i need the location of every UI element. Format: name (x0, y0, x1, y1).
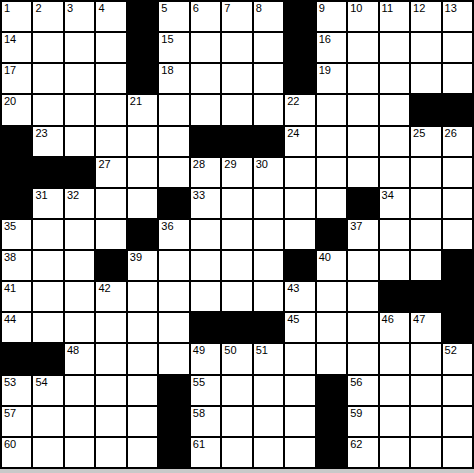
cell-r4c7[interactable] (191, 95, 220, 124)
black-cell-r5c7 (191, 127, 220, 156)
cell-r7c4[interactable] (96, 189, 125, 218)
cell-r14c14[interactable] (411, 407, 440, 436)
cell-r8c8[interactable] (222, 220, 251, 249)
cell-r12c15[interactable]: 52 (443, 344, 472, 373)
clue-number-47: 47 (413, 314, 425, 326)
cell-r2c8[interactable] (222, 33, 251, 62)
clue-number-12: 12 (413, 3, 425, 15)
cell-r5c14[interactable]: 25 (411, 127, 440, 156)
cell-r5c11[interactable] (317, 127, 346, 156)
cell-r15c14[interactable] (411, 438, 440, 467)
cell-r6c11[interactable] (317, 158, 346, 187)
cell-r9c11[interactable]: 40 (317, 251, 346, 280)
cell-r12c4[interactable] (96, 344, 125, 373)
clue-number-44: 44 (4, 314, 16, 326)
cell-r8c7[interactable] (191, 220, 220, 249)
cell-r10c12[interactable] (348, 282, 377, 311)
black-cell-r15c6 (159, 438, 188, 467)
cell-r10c7[interactable] (191, 282, 220, 311)
black-cell-r11c15 (443, 313, 472, 342)
cell-r12c12[interactable] (348, 344, 377, 373)
cell-r13c1[interactable]: 53 (2, 376, 31, 405)
cell-r11c5[interactable] (128, 313, 157, 342)
cell-r5c15[interactable]: 26 (443, 127, 472, 156)
cell-r9c13[interactable] (380, 251, 409, 280)
cell-r1c1[interactable]: 1 (2, 2, 31, 31)
cell-r9c7[interactable] (191, 251, 220, 280)
cell-r2c6[interactable]: 15 (159, 33, 188, 62)
cell-r12c6[interactable] (159, 344, 188, 373)
cell-r12c10[interactable] (285, 344, 314, 373)
clue-number-22: 22 (287, 96, 299, 108)
cell-r8c9[interactable] (254, 220, 283, 249)
black-cell-r14c11 (317, 407, 346, 436)
black-cell-r1c5 (128, 2, 157, 31)
cell-r8c10[interactable] (285, 220, 314, 249)
cell-r7c5[interactable] (128, 189, 157, 218)
cell-r13c2[interactable]: 54 (33, 376, 62, 405)
cell-r4c2[interactable] (33, 95, 62, 124)
cell-r8c4[interactable] (96, 220, 125, 249)
cell-r6c5[interactable] (128, 158, 157, 187)
clue-number-7: 7 (224, 3, 230, 15)
cell-r7c8[interactable] (222, 189, 251, 218)
cell-r7c3[interactable]: 32 (65, 189, 94, 218)
clue-number-59: 59 (350, 408, 362, 420)
clue-number-21: 21 (130, 96, 142, 108)
cell-r5c6[interactable] (159, 127, 188, 156)
cell-r5c5[interactable] (128, 127, 157, 156)
black-cell-r11c7 (191, 313, 220, 342)
clue-number-60: 60 (4, 439, 16, 451)
cell-r15c9[interactable] (254, 438, 283, 467)
cell-r1c9[interactable]: 8 (254, 2, 283, 31)
cell-r1c14[interactable]: 12 (411, 2, 440, 31)
cell-r10c1[interactable]: 41 (2, 282, 31, 311)
cell-r14c5[interactable] (128, 407, 157, 436)
cell-r12c7[interactable]: 49 (191, 344, 220, 373)
crossword-board: 1234567891011121314151617181920212223242… (0, 0, 474, 469)
clue-number-40: 40 (319, 252, 331, 264)
clue-number-2: 2 (35, 3, 41, 15)
black-cell-r6c3 (65, 158, 94, 187)
cell-r7c7[interactable]: 33 (191, 189, 220, 218)
cell-r3c11[interactable]: 19 (317, 64, 346, 93)
cell-r2c13[interactable] (380, 33, 409, 62)
cell-r12c3[interactable]: 48 (65, 344, 94, 373)
black-cell-r10c15 (443, 282, 472, 311)
cell-r11c10[interactable]: 45 (285, 313, 314, 342)
clue-number-28: 28 (193, 159, 205, 171)
cell-r8c12[interactable]: 37 (348, 220, 377, 249)
cell-r14c1[interactable]: 57 (2, 407, 31, 436)
clue-number-50: 50 (224, 345, 236, 357)
cell-r10c5[interactable] (128, 282, 157, 311)
cell-r3c2[interactable] (33, 64, 62, 93)
clue-number-38: 38 (4, 252, 16, 264)
cell-r3c13[interactable] (380, 64, 409, 93)
cell-r9c5[interactable]: 39 (128, 251, 157, 280)
cell-r6c12[interactable] (348, 158, 377, 187)
cell-r7c9[interactable] (254, 189, 283, 218)
cell-r13c7[interactable]: 55 (191, 376, 220, 405)
clue-number-14: 14 (4, 34, 16, 46)
cell-r4c10[interactable]: 22 (285, 95, 314, 124)
cell-r5c2[interactable]: 23 (33, 127, 62, 156)
clue-number-13: 13 (445, 3, 457, 15)
cell-r1c2[interactable]: 2 (33, 2, 62, 31)
cell-r8c2[interactable] (33, 220, 62, 249)
cell-r3c12[interactable] (348, 64, 377, 93)
clue-number-19: 19 (319, 65, 331, 77)
clue-number-52: 52 (445, 345, 457, 357)
cell-r2c12[interactable] (348, 33, 377, 62)
clue-number-57: 57 (4, 408, 16, 420)
black-cell-r5c9 (254, 127, 283, 156)
black-cell-r13c11 (317, 376, 346, 405)
cell-r6c13[interactable] (380, 158, 409, 187)
clue-number-49: 49 (193, 345, 205, 357)
cell-r8c1[interactable]: 35 (2, 220, 31, 249)
clue-number-4: 4 (98, 3, 104, 15)
cell-r8c6[interactable]: 36 (159, 220, 188, 249)
cell-r15c10[interactable] (285, 438, 314, 467)
cell-r9c9[interactable] (254, 251, 283, 280)
cell-r12c9[interactable]: 51 (254, 344, 283, 373)
cell-r3c6[interactable]: 18 (159, 64, 188, 93)
cell-r5c4[interactable] (96, 127, 125, 156)
cell-r1c7[interactable]: 6 (191, 2, 220, 31)
cell-r1c8[interactable]: 7 (222, 2, 251, 31)
cell-r7c10[interactable] (285, 189, 314, 218)
cell-r6c14[interactable] (411, 158, 440, 187)
cell-r1c6[interactable]: 5 (159, 2, 188, 31)
black-cell-r1c10 (285, 2, 314, 31)
clue-number-56: 56 (350, 377, 362, 389)
cell-r3c3[interactable] (65, 64, 94, 93)
clue-number-1: 1 (4, 3, 10, 15)
black-cell-r8c5 (128, 220, 157, 249)
cell-r15c5[interactable] (128, 438, 157, 467)
clue-number-20: 20 (4, 96, 16, 108)
cell-r14c4[interactable] (96, 407, 125, 436)
cell-r4c8[interactable] (222, 95, 251, 124)
cell-r13c12[interactable]: 56 (348, 376, 377, 405)
cell-r15c2[interactable] (33, 438, 62, 467)
cell-r14c15[interactable] (443, 407, 472, 436)
cell-r4c6[interactable] (159, 95, 188, 124)
cell-r7c2[interactable]: 31 (33, 189, 62, 218)
cell-r10c11[interactable] (317, 282, 346, 311)
cell-r8c3[interactable] (65, 220, 94, 249)
cell-r9c2[interactable] (33, 251, 62, 280)
cell-r15c15[interactable] (443, 438, 472, 467)
cell-r15c7[interactable]: 61 (191, 438, 220, 467)
black-cell-r14c6 (159, 407, 188, 436)
cell-r5c12[interactable] (348, 127, 377, 156)
cell-r2c7[interactable] (191, 33, 220, 62)
cell-r2c15[interactable] (443, 33, 472, 62)
cell-r11c13[interactable]: 46 (380, 313, 409, 342)
cell-r12c11[interactable] (317, 344, 346, 373)
cell-r4c5[interactable]: 21 (128, 95, 157, 124)
clue-number-8: 8 (256, 3, 262, 15)
black-cell-r10c14 (411, 282, 440, 311)
cell-r7c11[interactable] (317, 189, 346, 218)
black-cell-r2c10 (285, 33, 314, 62)
cell-r4c13[interactable] (380, 95, 409, 124)
cell-r11c12[interactable] (348, 313, 377, 342)
cell-r6c6[interactable] (159, 158, 188, 187)
black-cell-r5c8 (222, 127, 251, 156)
cell-r11c3[interactable] (65, 313, 94, 342)
cell-r2c14[interactable] (411, 33, 440, 62)
black-cell-r12c1 (2, 344, 31, 373)
cell-r11c11[interactable] (317, 313, 346, 342)
clue-number-23: 23 (35, 128, 47, 140)
cell-r14c7[interactable]: 58 (191, 407, 220, 436)
cell-r15c4[interactable] (96, 438, 125, 467)
clue-number-16: 16 (319, 34, 331, 46)
cell-r5c13[interactable] (380, 127, 409, 156)
cell-r1c13[interactable]: 11 (380, 2, 409, 31)
cell-r6c9[interactable]: 30 (254, 158, 283, 187)
clue-number-54: 54 (35, 377, 47, 389)
black-cell-r5c1 (2, 127, 31, 156)
clue-number-24: 24 (287, 128, 299, 140)
cell-r9c8[interactable] (222, 251, 251, 280)
cell-r1c15[interactable]: 13 (443, 2, 472, 31)
black-cell-r15c11 (317, 438, 346, 467)
black-cell-r3c10 (285, 64, 314, 93)
cell-r13c5[interactable] (128, 376, 157, 405)
cell-r4c4[interactable] (96, 95, 125, 124)
black-cell-r11c9 (254, 313, 283, 342)
clue-number-31: 31 (35, 190, 47, 202)
cell-r11c2[interactable] (33, 313, 62, 342)
clue-number-9: 9 (319, 3, 325, 15)
cell-r15c8[interactable] (222, 438, 251, 467)
black-cell-r9c4 (96, 251, 125, 280)
cell-r6c10[interactable] (285, 158, 314, 187)
cell-r4c1[interactable]: 20 (2, 95, 31, 124)
black-cell-r2c5 (128, 33, 157, 62)
cell-r14c9[interactable] (254, 407, 283, 436)
cell-r12c13[interactable] (380, 344, 409, 373)
black-cell-r13c6 (159, 376, 188, 405)
clue-number-10: 10 (350, 3, 362, 15)
cell-r3c9[interactable] (254, 64, 283, 93)
cell-r12c5[interactable] (128, 344, 157, 373)
clue-number-5: 5 (161, 3, 167, 15)
cell-r8c14[interactable] (411, 220, 440, 249)
cell-r13c9[interactable] (254, 376, 283, 405)
cell-r14c3[interactable] (65, 407, 94, 436)
cell-r9c3[interactable] (65, 251, 94, 280)
cell-r6c7[interactable]: 28 (191, 158, 220, 187)
black-cell-r6c1 (2, 158, 31, 187)
cell-r13c4[interactable] (96, 376, 125, 405)
clue-number-48: 48 (67, 345, 79, 357)
clue-number-11: 11 (382, 3, 393, 15)
cell-r11c4[interactable] (96, 313, 125, 342)
cell-r6c4[interactable]: 27 (96, 158, 125, 187)
cell-r1c11[interactable]: 9 (317, 2, 346, 31)
cell-r3c8[interactable] (222, 64, 251, 93)
cell-r14c12[interactable]: 59 (348, 407, 377, 436)
clue-number-55: 55 (193, 377, 205, 389)
black-cell-r7c1 (2, 189, 31, 218)
clue-number-25: 25 (413, 128, 425, 140)
black-cell-r7c6 (159, 189, 188, 218)
cell-r8c15[interactable] (443, 220, 472, 249)
cell-r2c4[interactable] (96, 33, 125, 62)
clue-number-45: 45 (287, 314, 299, 326)
clue-number-17: 17 (4, 65, 16, 77)
black-cell-r7c12 (348, 189, 377, 218)
clue-number-30: 30 (256, 159, 268, 171)
cell-r2c9[interactable] (254, 33, 283, 62)
black-cell-r9c10 (285, 251, 314, 280)
clue-number-41: 41 (4, 283, 16, 295)
clue-number-39: 39 (130, 252, 142, 264)
cell-r11c14[interactable]: 47 (411, 313, 440, 342)
cell-r9c1[interactable]: 38 (2, 251, 31, 280)
cell-r15c1[interactable]: 60 (2, 438, 31, 467)
cell-r7c13[interactable]: 34 (380, 189, 409, 218)
cell-r9c6[interactable] (159, 251, 188, 280)
cell-r12c8[interactable]: 50 (222, 344, 251, 373)
cell-r15c12[interactable]: 62 (348, 438, 377, 467)
clue-number-15: 15 (161, 34, 173, 46)
cell-r3c4[interactable] (96, 64, 125, 93)
cell-r3c7[interactable] (191, 64, 220, 93)
cell-r2c3[interactable] (65, 33, 94, 62)
cell-r10c2[interactable] (33, 282, 62, 311)
clue-number-58: 58 (193, 408, 205, 420)
cell-r13c8[interactable] (222, 376, 251, 405)
clue-number-34: 34 (382, 190, 394, 202)
cell-r14c2[interactable] (33, 407, 62, 436)
cell-r10c6[interactable] (159, 282, 188, 311)
black-cell-r9c15 (443, 251, 472, 280)
clue-number-27: 27 (98, 159, 110, 171)
cell-r9c12[interactable] (348, 251, 377, 280)
cell-r4c11[interactable] (317, 95, 346, 124)
clue-number-53: 53 (4, 377, 16, 389)
cell-r2c2[interactable] (33, 33, 62, 62)
cell-r6c8[interactable]: 29 (222, 158, 251, 187)
cell-r9c14[interactable] (411, 251, 440, 280)
clue-number-36: 36 (161, 221, 173, 233)
clue-number-29: 29 (224, 159, 236, 171)
cell-r15c13[interactable] (380, 438, 409, 467)
cell-r3c14[interactable] (411, 64, 440, 93)
cell-r13c15[interactable] (443, 376, 472, 405)
cell-r10c3[interactable] (65, 282, 94, 311)
black-cell-r12c2 (33, 344, 62, 373)
cell-r1c4[interactable]: 4 (96, 2, 125, 31)
cell-r4c9[interactable] (254, 95, 283, 124)
clue-number-3: 3 (67, 3, 73, 15)
cell-r13c13[interactable] (380, 376, 409, 405)
cell-r10c8[interactable] (222, 282, 251, 311)
cell-r5c10[interactable]: 24 (285, 127, 314, 156)
clue-number-33: 33 (193, 190, 205, 202)
cell-r10c9[interactable] (254, 282, 283, 311)
cell-r6c15[interactable] (443, 158, 472, 187)
cell-r11c6[interactable] (159, 313, 188, 342)
clue-number-62: 62 (350, 439, 362, 451)
clue-number-46: 46 (382, 314, 394, 326)
cell-r4c3[interactable] (65, 95, 94, 124)
cell-r10c4[interactable]: 42 (96, 282, 125, 311)
crossword-page: 1234567891011121314151617181920212223242… (0, 0, 474, 473)
cell-r14c8[interactable] (222, 407, 251, 436)
clue-number-61: 61 (193, 439, 205, 451)
cell-r12c14[interactable] (411, 344, 440, 373)
cell-r3c1[interactable]: 17 (2, 64, 31, 93)
clue-number-42: 42 (98, 283, 110, 295)
black-cell-r10c13 (380, 282, 409, 311)
cell-r14c10[interactable] (285, 407, 314, 436)
cell-r15c3[interactable] (65, 438, 94, 467)
clue-number-37: 37 (350, 221, 362, 233)
clue-number-35: 35 (4, 221, 16, 233)
black-cell-r3c5 (128, 64, 157, 93)
cell-r1c12[interactable]: 10 (348, 2, 377, 31)
clue-number-6: 6 (193, 3, 199, 15)
black-cell-r4c14 (411, 95, 440, 124)
clue-number-43: 43 (287, 283, 299, 295)
clue-number-51: 51 (256, 345, 268, 357)
cell-r13c14[interactable] (411, 376, 440, 405)
cell-r10c10[interactable]: 43 (285, 282, 314, 311)
cell-r13c10[interactable] (285, 376, 314, 405)
cell-r7c15[interactable] (443, 189, 472, 218)
cell-r7c14[interactable] (411, 189, 440, 218)
cell-r11c1[interactable]: 44 (2, 313, 31, 342)
clue-number-18: 18 (161, 65, 173, 77)
black-cell-r11c8 (222, 313, 251, 342)
cell-r14c13[interactable] (380, 407, 409, 436)
clue-number-32: 32 (67, 190, 79, 202)
cell-r2c11[interactable]: 16 (317, 33, 346, 62)
cell-r3c15[interactable] (443, 64, 472, 93)
black-cell-r8c11 (317, 220, 346, 249)
cell-r4c12[interactable] (348, 95, 377, 124)
black-cell-r6c2 (33, 158, 62, 187)
clue-number-26: 26 (445, 128, 457, 140)
cell-r2c1[interactable]: 14 (2, 33, 31, 62)
cell-r1c3[interactable]: 3 (65, 2, 94, 31)
cell-r8c13[interactable] (380, 220, 409, 249)
cell-r5c3[interactable] (65, 127, 94, 156)
cell-r13c3[interactable] (65, 376, 94, 405)
black-cell-r4c15 (443, 95, 472, 124)
